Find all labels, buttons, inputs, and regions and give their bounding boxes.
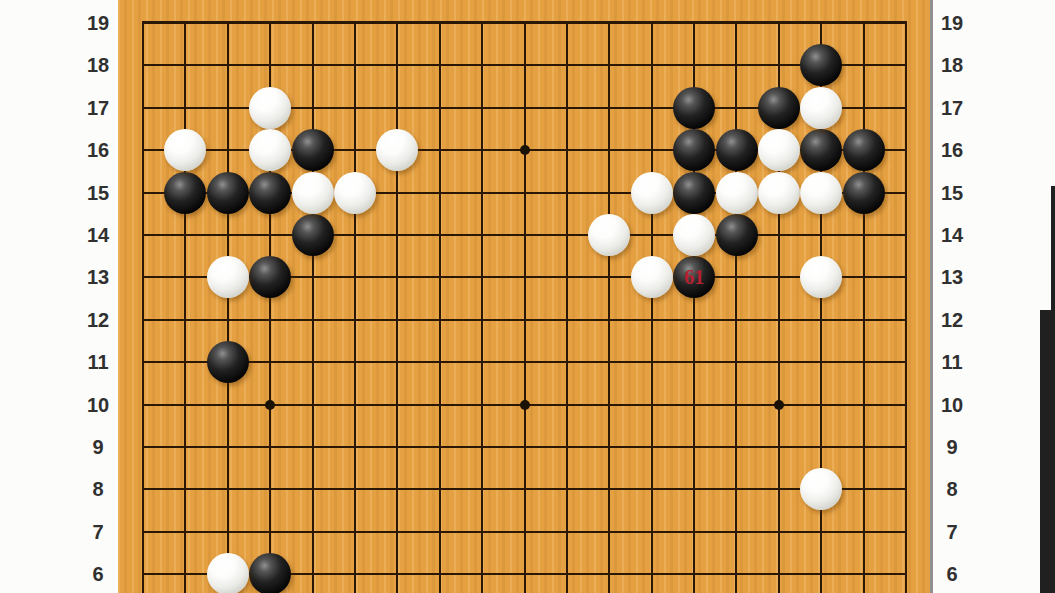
board-cell xyxy=(142,276,184,318)
black-stone-Q17 xyxy=(758,87,800,129)
board-cell xyxy=(524,276,566,318)
board-cell xyxy=(396,404,438,446)
black-stone-D6 xyxy=(249,553,291,593)
board-cell xyxy=(481,573,523,593)
board-cell xyxy=(735,488,777,530)
board-cell xyxy=(608,107,650,149)
board-cell xyxy=(439,404,481,446)
board-cell xyxy=(312,573,354,593)
board-cell xyxy=(524,234,566,276)
board-cell xyxy=(142,234,184,276)
board-cell xyxy=(312,404,354,446)
board-cell xyxy=(312,488,354,530)
board-cell xyxy=(651,361,693,403)
right-black-bar xyxy=(1040,310,1055,593)
board-cell xyxy=(566,446,608,488)
board-cell xyxy=(651,531,693,573)
row-label-left-14: 14 xyxy=(80,214,116,256)
board-cell xyxy=(566,531,608,573)
row-label-left-13: 13 xyxy=(80,256,116,298)
board-cell xyxy=(396,22,438,64)
row-label-right-15: 15 xyxy=(932,172,972,214)
board-cell xyxy=(439,149,481,191)
board-cell xyxy=(778,361,820,403)
board-cell xyxy=(608,573,650,593)
board-cell xyxy=(863,234,905,276)
board-cell xyxy=(142,573,184,593)
board-cell xyxy=(396,319,438,361)
board-cell xyxy=(396,488,438,530)
white-stone-F15 xyxy=(334,172,376,214)
board-cell xyxy=(863,22,905,64)
board-cell xyxy=(312,531,354,573)
board-cell xyxy=(439,107,481,149)
board-cell xyxy=(524,149,566,191)
white-stone-C6 xyxy=(207,553,249,593)
black-stone-S15 xyxy=(843,172,885,214)
board-cell xyxy=(524,488,566,530)
white-stone-N15 xyxy=(631,172,673,214)
row-label-right-18: 18 xyxy=(932,44,972,86)
row-label-right-12: 12 xyxy=(932,299,972,341)
board-cell xyxy=(778,573,820,593)
row-label-left-11: 11 xyxy=(80,341,116,383)
board-cell xyxy=(354,361,396,403)
board-cell xyxy=(651,319,693,361)
board-cell xyxy=(608,361,650,403)
board-cell xyxy=(693,488,735,530)
row-label-left-8: 8 xyxy=(80,468,116,510)
board-cell xyxy=(142,361,184,403)
board-cell xyxy=(396,192,438,234)
row-label-left-7: 7 xyxy=(80,511,116,553)
board-cell xyxy=(566,573,608,593)
board-cell xyxy=(439,446,481,488)
board-cell xyxy=(439,64,481,106)
board-cell xyxy=(735,361,777,403)
board-cell xyxy=(566,22,608,64)
white-stone-D17 xyxy=(249,87,291,129)
board-cell xyxy=(778,531,820,573)
go-game-screen: 61 1919181817171616151514141313121211111… xyxy=(0,0,1055,593)
board-cell xyxy=(312,276,354,318)
board-cell xyxy=(524,319,566,361)
row-label-left-9: 9 xyxy=(80,426,116,468)
board-cell xyxy=(396,446,438,488)
board-cell xyxy=(735,446,777,488)
board-cell xyxy=(651,22,693,64)
board-cell xyxy=(735,276,777,318)
board-cell xyxy=(354,488,396,530)
board-cell xyxy=(354,446,396,488)
board-cell xyxy=(481,192,523,234)
star-point-D10 xyxy=(265,400,275,410)
row-label-right-19: 19 xyxy=(932,2,972,44)
board-cell xyxy=(863,361,905,403)
black-stone-O15 xyxy=(673,172,715,214)
row-label-left-12: 12 xyxy=(80,299,116,341)
board-cell xyxy=(863,573,905,593)
board-cell xyxy=(651,404,693,446)
board-cell xyxy=(481,149,523,191)
board-cell xyxy=(566,149,608,191)
board-cell xyxy=(693,573,735,593)
black-stone-P14 xyxy=(716,214,758,256)
board-cell xyxy=(269,446,311,488)
board-cell xyxy=(184,446,226,488)
board-cell xyxy=(439,22,481,64)
white-stone-Q15 xyxy=(758,172,800,214)
board-cell xyxy=(693,446,735,488)
board-cell xyxy=(396,234,438,276)
board-cell xyxy=(142,22,184,64)
row-label-right-16: 16 xyxy=(932,129,972,171)
board-cell xyxy=(142,404,184,446)
board-cell xyxy=(820,319,862,361)
board-cell xyxy=(524,404,566,446)
board-cell xyxy=(608,488,650,530)
board-cell xyxy=(481,531,523,573)
row-label-right-11: 11 xyxy=(932,341,972,383)
board-cell xyxy=(269,488,311,530)
board-cell xyxy=(184,64,226,106)
board-cell xyxy=(651,488,693,530)
board-cell xyxy=(651,446,693,488)
black-stone-P16 xyxy=(716,129,758,171)
board-cell xyxy=(566,107,608,149)
row-label-left-17: 17 xyxy=(80,87,116,129)
white-stone-C13 xyxy=(207,256,249,298)
board-cell xyxy=(524,361,566,403)
board-cell xyxy=(481,488,523,530)
star-point-K10 xyxy=(520,400,530,410)
board-cell xyxy=(863,404,905,446)
board-cell xyxy=(693,404,735,446)
board-cell xyxy=(735,404,777,446)
black-stone-O17 xyxy=(673,87,715,129)
black-stone-C11 xyxy=(207,341,249,383)
board-cell xyxy=(608,446,650,488)
board-cell xyxy=(524,446,566,488)
board-cell xyxy=(608,319,650,361)
board-cell xyxy=(354,573,396,593)
star-point-Q10 xyxy=(774,400,784,410)
board-cell xyxy=(227,404,269,446)
board-cell xyxy=(269,361,311,403)
row-label-right-14: 14 xyxy=(932,214,972,256)
board-cell xyxy=(481,276,523,318)
board-cell xyxy=(693,22,735,64)
board-cell xyxy=(184,488,226,530)
board-cell xyxy=(481,404,523,446)
board-cell xyxy=(566,64,608,106)
row-label-left-16: 16 xyxy=(80,129,116,171)
board-cell xyxy=(608,404,650,446)
board-cell xyxy=(396,64,438,106)
board-cell xyxy=(481,446,523,488)
board-cell xyxy=(778,404,820,446)
board-cell xyxy=(820,573,862,593)
board-cell xyxy=(863,531,905,573)
board-cell xyxy=(227,488,269,530)
row-label-right-7: 7 xyxy=(932,511,972,553)
white-stone-N13 xyxy=(631,256,673,298)
board-cell xyxy=(735,319,777,361)
board-cell xyxy=(396,573,438,593)
board-cell xyxy=(481,22,523,64)
board-cell xyxy=(312,64,354,106)
board-cell xyxy=(184,404,226,446)
board-cell xyxy=(439,488,481,530)
row-label-right-6: 6 xyxy=(932,553,972,593)
board-cell xyxy=(439,234,481,276)
row-label-right-9: 9 xyxy=(932,426,972,468)
row-label-left-6: 6 xyxy=(80,553,116,593)
board-cell xyxy=(608,531,650,573)
board-cell xyxy=(820,531,862,573)
board-cell xyxy=(481,234,523,276)
board-cell xyxy=(396,276,438,318)
board-cell xyxy=(439,361,481,403)
board-cell xyxy=(269,404,311,446)
row-label-right-17: 17 xyxy=(932,87,972,129)
black-stone-D15 xyxy=(249,172,291,214)
board-cell xyxy=(439,192,481,234)
board-cell xyxy=(184,22,226,64)
board-cell xyxy=(354,531,396,573)
white-stone-R15 xyxy=(800,172,842,214)
row-label-right-8: 8 xyxy=(932,468,972,510)
board-cell xyxy=(651,573,693,593)
row-label-right-13: 13 xyxy=(932,256,972,298)
board-cell xyxy=(142,488,184,530)
board-cell xyxy=(142,319,184,361)
board-cell xyxy=(142,531,184,573)
board-cell xyxy=(481,64,523,106)
board-cell xyxy=(396,531,438,573)
board-cell xyxy=(735,573,777,593)
board-cell xyxy=(439,573,481,593)
board-cell xyxy=(396,361,438,403)
board-cell xyxy=(354,22,396,64)
board-cell xyxy=(524,107,566,149)
board-cell xyxy=(820,404,862,446)
board-cell xyxy=(863,488,905,530)
board-cell xyxy=(693,361,735,403)
board-cell xyxy=(439,319,481,361)
board-cell xyxy=(566,404,608,446)
board-cell xyxy=(354,64,396,106)
board-cell xyxy=(863,276,905,318)
board-cell xyxy=(439,531,481,573)
board-cell xyxy=(820,361,862,403)
board-cell xyxy=(142,64,184,106)
white-stone-Q16 xyxy=(758,129,800,171)
right-thin-black-bar xyxy=(1051,186,1055,310)
board-cell xyxy=(863,319,905,361)
board-cell xyxy=(354,234,396,276)
board-cell xyxy=(524,64,566,106)
board-cell xyxy=(227,22,269,64)
board-cell xyxy=(566,319,608,361)
board-cell xyxy=(863,446,905,488)
board-cell xyxy=(566,361,608,403)
board-cell xyxy=(524,192,566,234)
board-cell xyxy=(524,573,566,593)
board-cell xyxy=(481,107,523,149)
board-cell xyxy=(863,64,905,106)
black-stone-E14 xyxy=(292,214,334,256)
board-cell xyxy=(608,64,650,106)
board-cell xyxy=(481,319,523,361)
board-cell xyxy=(312,361,354,403)
board-cell xyxy=(312,22,354,64)
board-cell xyxy=(778,319,820,361)
board-cell xyxy=(439,276,481,318)
row-label-left-19: 19 xyxy=(80,2,116,44)
board-cell xyxy=(227,446,269,488)
row-label-left-18: 18 xyxy=(80,44,116,86)
board-cell xyxy=(693,531,735,573)
board-cell xyxy=(312,446,354,488)
board-cell xyxy=(608,22,650,64)
board-cell xyxy=(566,276,608,318)
black-stone-C15 xyxy=(207,172,249,214)
black-stone-B15 xyxy=(164,172,206,214)
board-cell xyxy=(481,361,523,403)
white-stone-O14 xyxy=(673,214,715,256)
board-cell xyxy=(312,319,354,361)
row-label-right-10: 10 xyxy=(932,384,972,426)
goban: 61 xyxy=(118,0,930,593)
board-cell xyxy=(269,319,311,361)
board-cell xyxy=(524,22,566,64)
move-number-label: 61 xyxy=(684,267,704,287)
black-stone-E16 xyxy=(292,129,334,171)
board-cell xyxy=(354,319,396,361)
row-label-left-10: 10 xyxy=(80,384,116,426)
white-stone-P15 xyxy=(716,172,758,214)
black-stone-S16 xyxy=(843,129,885,171)
board-cell xyxy=(693,319,735,361)
board-cell xyxy=(566,488,608,530)
board-cell xyxy=(735,22,777,64)
board-cell xyxy=(142,446,184,488)
board-cell xyxy=(354,404,396,446)
white-stone-R17 xyxy=(800,87,842,129)
board-cell xyxy=(735,531,777,573)
star-point-K16 xyxy=(520,145,530,155)
board-cell xyxy=(269,22,311,64)
board-cell xyxy=(524,531,566,573)
white-stone-E15 xyxy=(292,172,334,214)
board-cell xyxy=(354,276,396,318)
row-label-left-15: 15 xyxy=(80,172,116,214)
